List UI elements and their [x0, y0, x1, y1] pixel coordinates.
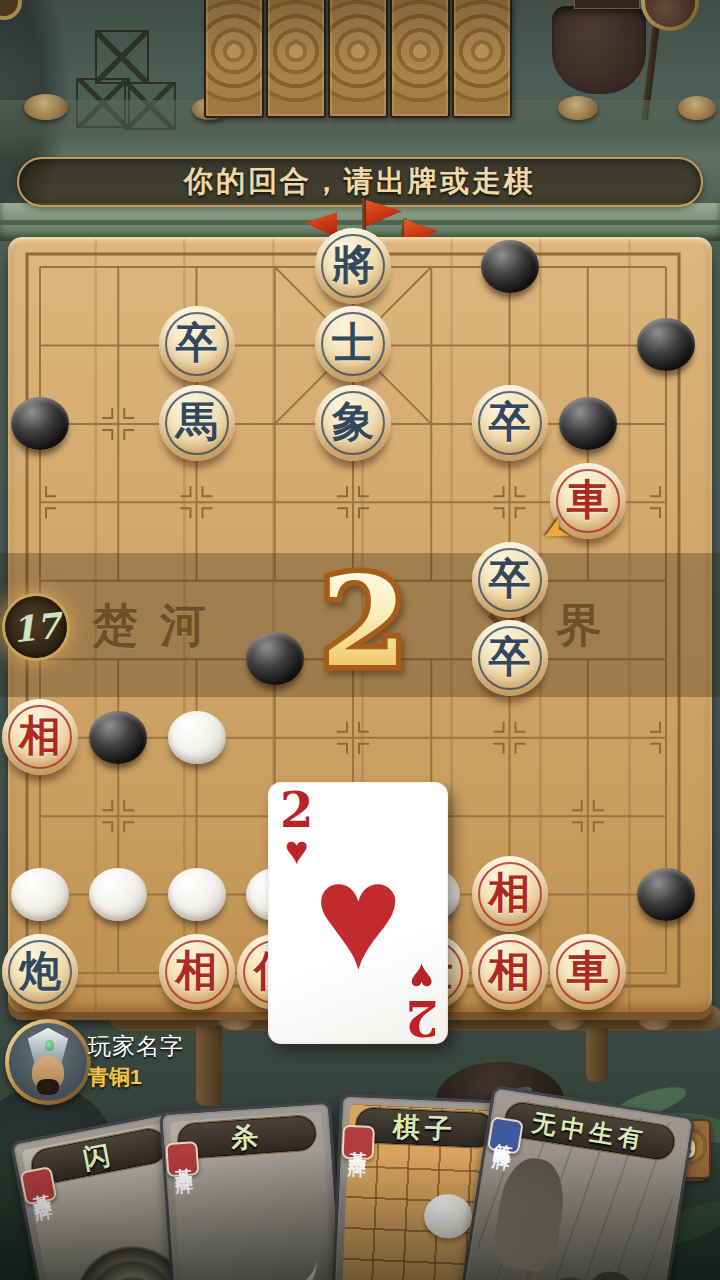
xiangqi-piece-卒-black[interactable]: 卒: [159, 306, 235, 382]
go-stone-white[interactable]: [168, 868, 226, 921]
piece-character: 車: [567, 479, 609, 521]
xiangqi-piece-炮-black[interactable]: 炮: [2, 934, 78, 1010]
opponent-card-back: [328, 0, 388, 118]
go-stone-black[interactable]: [11, 397, 69, 450]
played-card-2-of-hearts[interactable]: 2 ♥ ♥ 2 ♥: [268, 782, 448, 1044]
piece-character: 相: [489, 950, 531, 992]
opponent-avatar[interactable]: [641, 0, 699, 31]
xiangqi-piece-卒-black[interactable]: 卒: [472, 542, 548, 618]
dock-post: [586, 1028, 608, 1082]
go-stone-white[interactable]: [168, 711, 226, 764]
player-name: 玩家名字: [88, 1031, 184, 1062]
piece-character: 車: [567, 950, 609, 992]
card-corner-index-inverted: 2 ♥: [405, 960, 438, 1040]
player-avatar-portrait: [9, 1023, 87, 1101]
xiangqi-piece-車-red[interactable]: 車➤: [550, 463, 626, 539]
piece-character: 卒: [489, 636, 531, 678]
opponent-card-back: [390, 0, 450, 118]
hand-card-无中生有[interactable]: 无中生有策略牌: [456, 1085, 695, 1280]
go-stone-black[interactable]: [559, 397, 617, 450]
piece-character: 相: [19, 715, 61, 757]
bridge-post: [558, 96, 598, 120]
player-avatar[interactable]: [5, 1019, 91, 1105]
go-stone-black[interactable]: [89, 711, 147, 764]
xiangqi-piece-車-red[interactable]: 車: [550, 934, 626, 1010]
hand-card-杀[interactable]: 杀基本牌: [159, 1101, 347, 1280]
piece-character: 士: [332, 322, 374, 364]
opponent-card-back: [204, 0, 264, 118]
xiangqi-piece-卒-black[interactable]: 卒: [472, 620, 548, 696]
bridge-post: [24, 94, 68, 120]
drum-decoration: [552, 6, 646, 94]
xiangqi-piece-相-red[interactable]: 相: [2, 699, 78, 775]
turn-counter-fill: 2: [301, 551, 427, 697]
go-stone-white[interactable]: [11, 868, 69, 921]
opponent-card-back: [452, 0, 512, 118]
gem-icon: [45, 1040, 54, 1051]
xiangqi-piece-相-red[interactable]: 相: [472, 934, 548, 1010]
xiangqi-piece-將-black[interactable]: 將: [315, 228, 391, 304]
turn-prompt-banner: 你的回合，请出牌或走棋: [17, 157, 703, 207]
opponent-card-back: [266, 0, 326, 118]
card-title: 棋子: [354, 1106, 495, 1149]
piece-character: 將: [332, 244, 374, 286]
dock-post: [196, 1026, 222, 1106]
go-stone-white[interactable]: [89, 868, 147, 921]
bridge-post: [678, 96, 716, 120]
turn-counter: 2 2: [301, 551, 427, 697]
piece-character: 馬: [176, 401, 218, 443]
game-screen: 你的回合，请出牌或走棋 楚河 汉界 17 2 2 將卒士馬象卒車➤卒卒相相炮相仕…: [0, 0, 720, 1280]
piece-character: 炮: [19, 950, 61, 992]
xiangqi-piece-卒-black[interactable]: 卒: [472, 385, 548, 461]
go-stone-black[interactable]: [637, 868, 695, 921]
card-type-tag: 策略牌: [487, 1116, 524, 1155]
card-type-tag: 基本牌: [342, 1125, 375, 1160]
crate-decoration: [95, 30, 149, 84]
card-type-tag: 基本牌: [165, 1141, 199, 1177]
opponent-label-bar: [574, 0, 640, 9]
go-stone-black[interactable]: [481, 240, 539, 293]
xiangqi-piece-相-red[interactable]: 相: [472, 856, 548, 932]
xiangqi-piece-馬-black[interactable]: 馬: [159, 385, 235, 461]
opponent-hand: [204, 0, 514, 118]
piece-character: 卒: [176, 322, 218, 364]
heart-suit-icon: ♥: [409, 960, 433, 996]
piece-character: 相: [176, 950, 218, 992]
xiangqi-piece-相-red[interactable]: 相: [159, 934, 235, 1010]
piece-character: 卒: [489, 401, 531, 443]
piece-character: 象: [332, 401, 374, 443]
xiangqi-piece-士-black[interactable]: 士: [315, 306, 391, 382]
opponent-avatar-portrait: [645, 0, 695, 27]
card-rank: 2: [405, 996, 438, 1040]
beard: [37, 1079, 59, 1095]
piece-character: 相: [489, 872, 531, 914]
go-stone-black[interactable]: [246, 632, 304, 685]
piece-character: 卒: [489, 558, 531, 600]
xiangqi-piece-象-black[interactable]: 象: [315, 385, 391, 461]
player-rank-badge: 青铜1: [88, 1063, 142, 1091]
card-type-tag: 基本牌: [20, 1166, 58, 1205]
